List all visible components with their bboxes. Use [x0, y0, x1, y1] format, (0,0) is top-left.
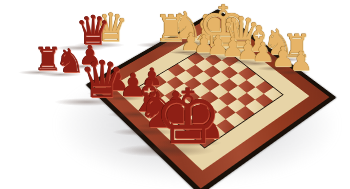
boxwood-king-piece: ♚ — [195, 0, 252, 55]
knight-glyph: ♞ — [135, 86, 184, 135]
red-rook-piece: ♜ — [32, 43, 64, 75]
red-bishop-piece: ♝ — [127, 74, 171, 118]
boxwood-bishop-piece: ♝ — [189, 11, 224, 46]
boxwood-rook-piece: ♜ — [281, 30, 313, 62]
rook-glyph: ♜ — [281, 30, 313, 62]
red-queen-piece-extra: ♛ — [73, 10, 113, 50]
pawn-glyph: ♟ — [117, 69, 149, 101]
boxwood-pawn-piece: ♟ — [250, 39, 276, 65]
pawn-glyph: ♟ — [220, 34, 246, 60]
rook-glyph: ♜ — [32, 43, 64, 75]
pawn-glyph: ♟ — [156, 87, 197, 128]
boxwood-bishop-piece: ♝ — [242, 22, 277, 57]
boxwood-pawn-piece: ♟ — [205, 32, 231, 58]
boxwood-knight-piece: ♞ — [261, 25, 296, 60]
boxwood-pawn-piece: ♟ — [192, 32, 216, 56]
red-knight-piece: ♞ — [135, 86, 184, 135]
boxwood-pawn-piece: ♟ — [288, 48, 314, 74]
boxwood-pawn-piece: ♟ — [235, 37, 261, 63]
boxwood-pawn-piece: ♟ — [220, 34, 246, 60]
red-king-piece: ♚ — [150, 79, 226, 155]
red-pawn-piece: ♟ — [156, 87, 197, 128]
red-pawn-piece: ♟ — [179, 96, 229, 146]
boxwood-rook-piece: ♜ — [153, 10, 190, 47]
red-pawn-piece: ♟ — [77, 42, 103, 68]
red-pawn-piece: ♟ — [140, 65, 164, 89]
boxwood-queen-piece-extra: ♛ — [92, 8, 131, 47]
red-pawn-piece: ♟ — [117, 69, 149, 101]
queen-glyph: ♛ — [73, 10, 113, 50]
bishop-glyph: ♝ — [189, 11, 224, 46]
knight-glyph: ♞ — [168, 7, 205, 44]
boxwood-pawn-piece: ♟ — [179, 30, 203, 54]
pawn-glyph: ♟ — [179, 30, 203, 54]
pieces-layer: ♛♛♜♞♟♛♟♟♟♝♞♟♚♟♜♞♟♝♟♚♟♛♟♝♟♞♟♜♟♟ — [0, 0, 350, 189]
queen-glyph: ♛ — [77, 54, 128, 105]
pawn-glyph: ♟ — [192, 32, 216, 56]
king-glyph: ♚ — [150, 79, 226, 155]
boxwood-queen-piece: ♛ — [219, 11, 264, 56]
boxwood-knight-piece: ♞ — [168, 7, 205, 44]
rook-glyph: ♜ — [153, 10, 190, 47]
pawn-glyph: ♟ — [235, 37, 261, 63]
red-queen-piece: ♛ — [77, 54, 128, 105]
queen-glyph: ♛ — [219, 11, 264, 56]
bishop-glyph: ♝ — [242, 22, 277, 57]
queen-glyph: ♛ — [92, 8, 131, 47]
king-glyph: ♚ — [195, 0, 252, 55]
boxwood-pawn-piece: ♟ — [270, 43, 297, 70]
red-knight-piece: ♞ — [54, 44, 87, 77]
red-pawn-piece: ♟ — [101, 64, 132, 95]
pawn-glyph: ♟ — [140, 65, 164, 89]
pawn-glyph: ♟ — [205, 32, 231, 58]
knight-glyph: ♞ — [261, 25, 296, 60]
pawn-glyph: ♟ — [77, 42, 103, 68]
pawn-glyph: ♟ — [250, 39, 276, 65]
pawn-glyph: ♟ — [179, 96, 229, 146]
pawn-glyph: ♟ — [101, 64, 132, 95]
bishop-glyph: ♝ — [127, 74, 171, 118]
knight-glyph: ♞ — [54, 44, 87, 77]
pawn-glyph: ♟ — [270, 43, 297, 70]
chess-set-product-photo: ♛♛♜♞♟♛♟♟♟♝♞♟♚♟♜♞♟♝♟♚♟♛♟♝♟♞♟♜♟♟ — [0, 0, 350, 189]
pawn-glyph: ♟ — [288, 48, 314, 74]
